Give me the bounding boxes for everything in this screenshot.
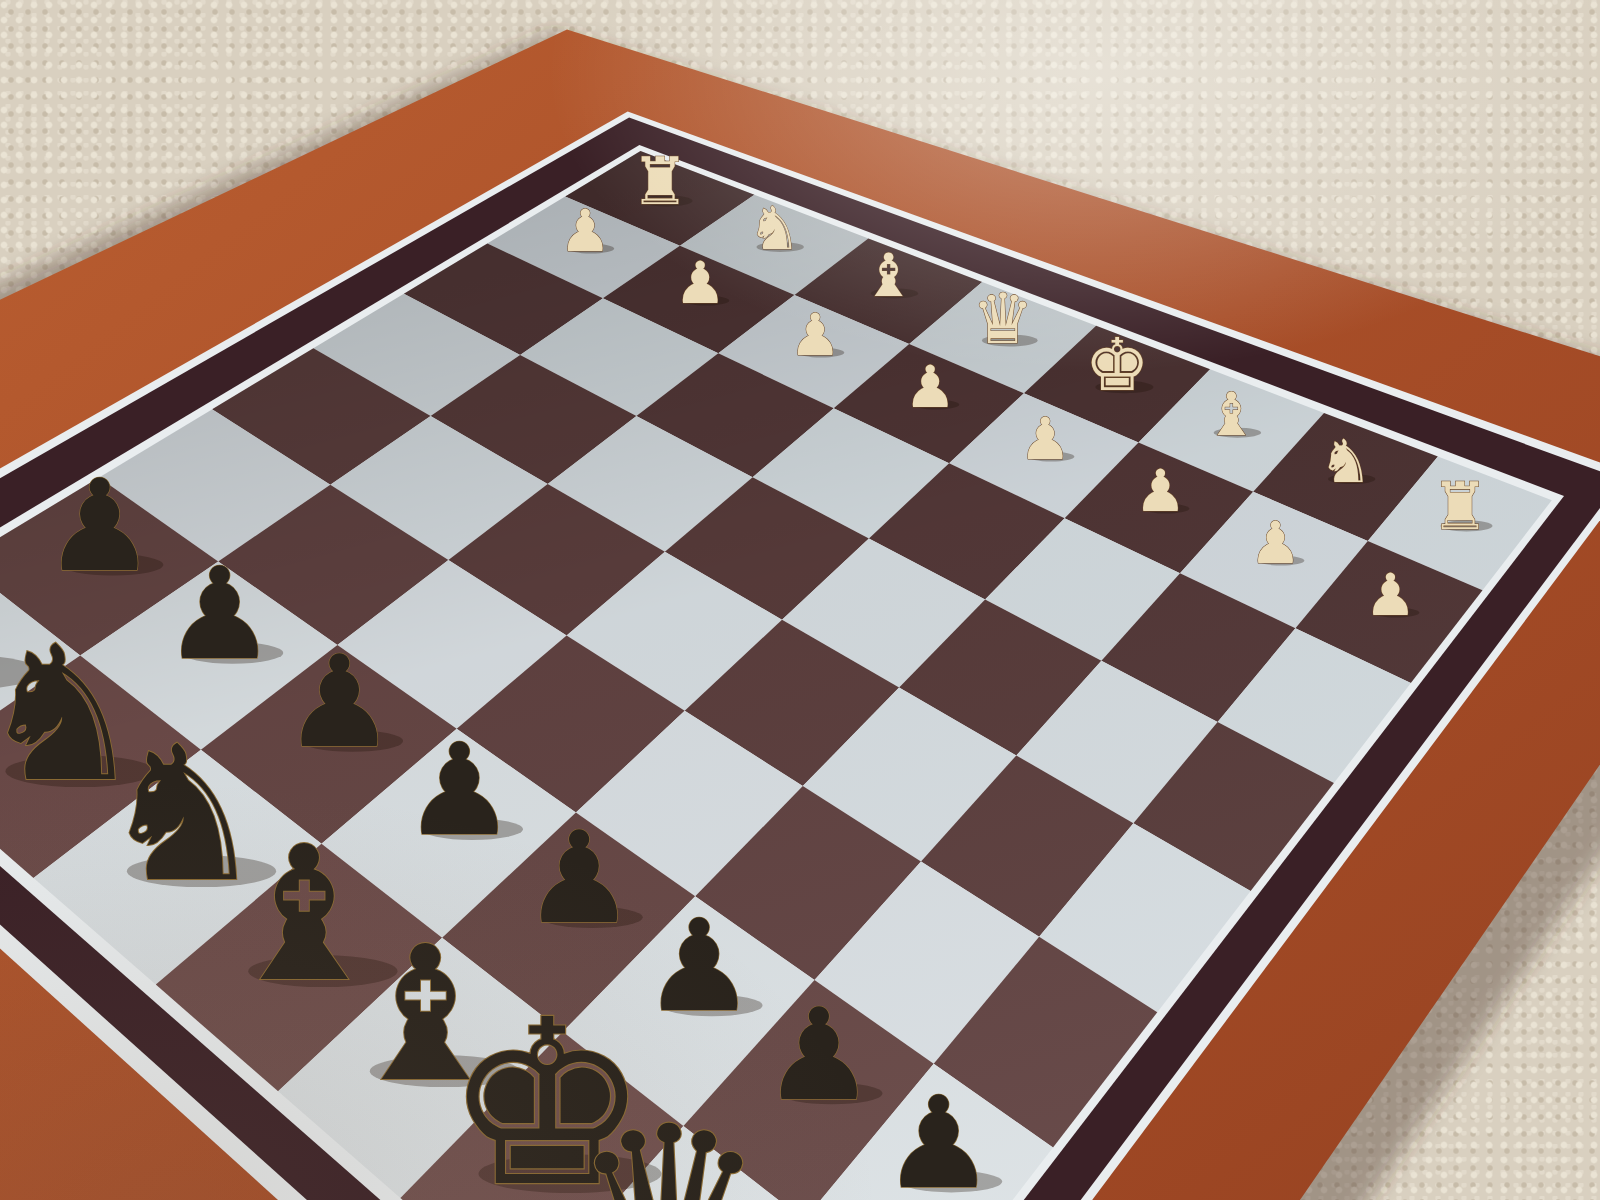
piece-white-pawn-g2[interactable]: ♟ [1249, 509, 1301, 577]
piece-white-pawn-c2[interactable]: ♟ [789, 301, 841, 369]
piece-white-knight-b1[interactable]: ♞ [748, 194, 801, 263]
piece-black-pawn-g7[interactable]: ♟ [762, 981, 876, 1129]
piece-white-bishop-c1[interactable]: ♝ [862, 241, 915, 310]
piece-black-pawn-c7[interactable]: ♟ [283, 628, 397, 776]
piece-black-pawn-b7[interactable]: ♟ [163, 540, 277, 688]
piece-black-pawn-a7[interactable]: ♟ [43, 452, 157, 600]
piece-black-pawn-d7[interactable]: ♟ [402, 716, 516, 864]
piece-white-queen-d1[interactable]: ♛ [972, 279, 1034, 359]
piece-black-pawn-f7[interactable]: ♟ [642, 892, 756, 1040]
piece-black-rook-h8[interactable]: ♜ [698, 1190, 881, 1200]
photo-scene: ♜♞♝♛♚♝♞♜♟♟♟♟♟♟♟♟♟♟♟♟♟♟♟♟♜♞♞♝♝♚♛♜ [0, 0, 1600, 1200]
chessboard: ♜♞♝♛♚♝♞♜♟♟♟♟♟♟♟♟♟♟♟♟♟♟♟♟♜♞♞♝♝♚♛♜ [0, 0, 1600, 1200]
piece-black-queen-g8[interactable]: ♛ [571, 1079, 767, 1200]
piece-white-pawn-e2[interactable]: ♟ [1019, 405, 1071, 473]
piece-white-pawn-a2[interactable]: ♟ [559, 197, 611, 265]
piece-white-bishop-f1[interactable]: ♝ [1205, 380, 1258, 449]
piece-white-pawn-f2[interactable]: ♟ [1134, 457, 1186, 525]
piece-white-king-e1[interactable]: ♚ [1084, 322, 1149, 407]
piece-white-rook-a1[interactable]: ♜ [631, 144, 689, 219]
piece-white-pawn-d2[interactable]: ♟ [904, 353, 956, 421]
piece-white-pawn-h2[interactable]: ♟ [1364, 561, 1416, 629]
piece-white-rook-h1[interactable]: ♜ [1431, 469, 1489, 544]
piece-black-pawn-e7[interactable]: ♟ [522, 804, 636, 952]
piece-black-pawn-h7[interactable]: ♟ [882, 1069, 996, 1200]
piece-white-knight-g1[interactable]: ♞ [1319, 427, 1372, 496]
piece-white-pawn-b2[interactable]: ♟ [674, 249, 726, 317]
